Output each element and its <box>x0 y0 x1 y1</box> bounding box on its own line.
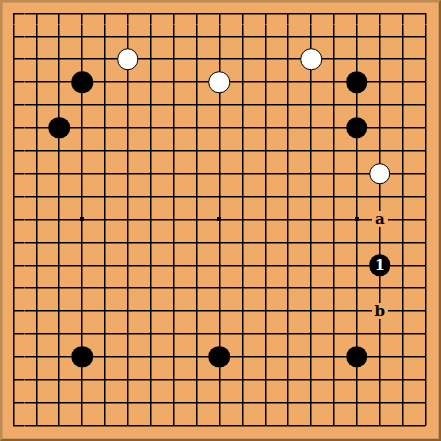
intersection-M17[interactable] <box>254 48 277 71</box>
intersection-T11[interactable] <box>414 185 437 208</box>
intersection-R13[interactable] <box>368 139 391 162</box>
intersection-G9[interactable] <box>139 231 162 254</box>
intersection-P8[interactable] <box>323 254 346 277</box>
intersection-N4[interactable] <box>277 345 300 368</box>
intersection-H5[interactable] <box>162 323 185 346</box>
intersection-J16[interactable] <box>185 71 208 94</box>
intersection-F19[interactable] <box>116 2 139 25</box>
intersection-E4[interactable] <box>94 345 117 368</box>
intersection-B15[interactable] <box>25 94 48 117</box>
intersection-M11[interactable] <box>254 185 277 208</box>
intersection-T7[interactable] <box>414 277 437 300</box>
intersection-E14[interactable] <box>94 116 117 139</box>
intersection-J12[interactable] <box>185 162 208 185</box>
intersection-N10[interactable] <box>277 208 300 231</box>
intersection-M4[interactable] <box>254 345 277 368</box>
intersection-R3[interactable] <box>368 368 391 391</box>
intersection-A5[interactable] <box>2 323 25 346</box>
intersection-H9[interactable] <box>162 231 185 254</box>
intersection-K3[interactable] <box>208 368 231 391</box>
intersection-J9[interactable] <box>185 231 208 254</box>
intersection-C8[interactable] <box>48 254 71 277</box>
intersection-R1[interactable] <box>368 414 391 437</box>
intersection-E11[interactable] <box>94 185 117 208</box>
intersection-M15[interactable] <box>254 94 277 117</box>
intersection-A11[interactable] <box>2 185 25 208</box>
intersection-E5[interactable] <box>94 323 117 346</box>
intersection-Q13[interactable] <box>345 139 368 162</box>
intersection-G17[interactable] <box>139 48 162 71</box>
intersection-S11[interactable] <box>391 185 414 208</box>
intersection-C17[interactable] <box>48 48 71 71</box>
intersection-S16[interactable] <box>391 71 414 94</box>
intersection-N7[interactable] <box>277 277 300 300</box>
intersection-J13[interactable] <box>185 139 208 162</box>
intersection-O7[interactable] <box>300 277 323 300</box>
intersection-H18[interactable] <box>162 25 185 48</box>
intersection-A14[interactable] <box>2 116 25 139</box>
intersection-L5[interactable] <box>231 323 254 346</box>
intersection-D19[interactable] <box>71 2 94 25</box>
intersection-F12[interactable] <box>116 162 139 185</box>
intersection-E7[interactable] <box>94 277 117 300</box>
intersection-O3[interactable] <box>300 368 323 391</box>
intersection-R19[interactable] <box>368 2 391 25</box>
intersection-S7[interactable] <box>391 277 414 300</box>
intersection-F15[interactable] <box>116 94 139 117</box>
intersection-P16[interactable] <box>323 71 346 94</box>
intersection-E2[interactable] <box>94 391 117 414</box>
intersection-J19[interactable] <box>185 2 208 25</box>
intersection-C15[interactable] <box>48 94 71 117</box>
intersection-E3[interactable] <box>94 368 117 391</box>
intersection-L16[interactable] <box>231 71 254 94</box>
intersection-E8[interactable] <box>94 254 117 277</box>
intersection-E6[interactable] <box>94 300 117 323</box>
intersection-E15[interactable] <box>94 94 117 117</box>
intersection-S19[interactable] <box>391 2 414 25</box>
intersection-G14[interactable] <box>139 116 162 139</box>
intersection-F4[interactable] <box>116 345 139 368</box>
intersection-F10[interactable] <box>116 208 139 231</box>
intersection-A6[interactable] <box>2 300 25 323</box>
intersection-R11[interactable] <box>368 185 391 208</box>
intersection-D6[interactable] <box>71 300 94 323</box>
intersection-P9[interactable] <box>323 231 346 254</box>
intersection-O1[interactable] <box>300 414 323 437</box>
intersection-P3[interactable] <box>323 368 346 391</box>
intersection-C11[interactable] <box>48 185 71 208</box>
intersection-R14[interactable] <box>368 116 391 139</box>
intersection-O13[interactable] <box>300 139 323 162</box>
intersection-E13[interactable] <box>94 139 117 162</box>
intersection-S4[interactable] <box>391 345 414 368</box>
intersection-C19[interactable] <box>48 2 71 25</box>
intersection-A18[interactable] <box>2 25 25 48</box>
intersection-L17[interactable] <box>231 48 254 71</box>
intersection-G18[interactable] <box>139 25 162 48</box>
intersection-T17[interactable] <box>414 48 437 71</box>
intersection-B3[interactable] <box>25 368 48 391</box>
intersection-P1[interactable] <box>323 414 346 437</box>
intersection-F2[interactable] <box>116 391 139 414</box>
intersection-B10[interactable] <box>25 208 48 231</box>
intersection-S13[interactable] <box>391 139 414 162</box>
intersection-C1[interactable] <box>48 414 71 437</box>
intersection-D18[interactable] <box>71 25 94 48</box>
intersection-B1[interactable] <box>25 414 48 437</box>
intersection-P4[interactable] <box>323 345 346 368</box>
intersection-Q17[interactable] <box>345 48 368 71</box>
intersection-K8[interactable] <box>208 254 231 277</box>
intersection-D3[interactable] <box>71 368 94 391</box>
intersection-H1[interactable] <box>162 414 185 437</box>
intersection-S17[interactable] <box>391 48 414 71</box>
intersection-S12[interactable] <box>391 162 414 185</box>
intersection-C5[interactable] <box>48 323 71 346</box>
intersection-K17[interactable] <box>208 48 231 71</box>
intersection-F3[interactable] <box>116 368 139 391</box>
intersection-A13[interactable] <box>2 139 25 162</box>
intersection-N16[interactable] <box>277 71 300 94</box>
intersection-B12[interactable] <box>25 162 48 185</box>
intersection-G8[interactable] <box>139 254 162 277</box>
intersection-D5[interactable] <box>71 323 94 346</box>
intersection-T14[interactable] <box>414 116 437 139</box>
intersection-D9[interactable] <box>71 231 94 254</box>
intersection-N3[interactable] <box>277 368 300 391</box>
intersection-T12[interactable] <box>414 162 437 185</box>
intersection-G16[interactable] <box>139 71 162 94</box>
intersection-H12[interactable] <box>162 162 185 185</box>
intersection-N14[interactable] <box>277 116 300 139</box>
intersection-H17[interactable] <box>162 48 185 71</box>
intersection-C6[interactable] <box>48 300 71 323</box>
intersection-O8[interactable] <box>300 254 323 277</box>
intersection-M7[interactable] <box>254 277 277 300</box>
intersection-R17[interactable] <box>368 48 391 71</box>
intersection-P19[interactable] <box>323 2 346 25</box>
intersection-R5[interactable] <box>368 323 391 346</box>
intersection-K7[interactable] <box>208 277 231 300</box>
intersection-T19[interactable] <box>414 2 437 25</box>
intersection-L6[interactable] <box>231 300 254 323</box>
intersection-G1[interactable] <box>139 414 162 437</box>
intersection-M1[interactable] <box>254 414 277 437</box>
intersection-T2[interactable] <box>414 391 437 414</box>
intersection-L18[interactable] <box>231 25 254 48</box>
intersection-J7[interactable] <box>185 277 208 300</box>
intersection-M19[interactable] <box>254 2 277 25</box>
intersection-K12[interactable] <box>208 162 231 185</box>
intersection-P2[interactable] <box>323 391 346 414</box>
intersection-C7[interactable] <box>48 277 71 300</box>
intersection-H7[interactable] <box>162 277 185 300</box>
intersection-K13[interactable] <box>208 139 231 162</box>
intersection-G5[interactable] <box>139 323 162 346</box>
intersection-D1[interactable] <box>71 414 94 437</box>
intersection-N17[interactable] <box>277 48 300 71</box>
intersection-J8[interactable] <box>185 254 208 277</box>
intersection-T13[interactable] <box>414 139 437 162</box>
intersection-L3[interactable] <box>231 368 254 391</box>
intersection-P15[interactable] <box>323 94 346 117</box>
intersection-H13[interactable] <box>162 139 185 162</box>
intersection-H6[interactable] <box>162 300 185 323</box>
intersection-L13[interactable] <box>231 139 254 162</box>
intersection-O9[interactable] <box>300 231 323 254</box>
intersection-P12[interactable] <box>323 162 346 185</box>
intersection-E9[interactable] <box>94 231 117 254</box>
intersection-E1[interactable] <box>94 414 117 437</box>
intersection-P5[interactable] <box>323 323 346 346</box>
intersection-Q3[interactable] <box>345 368 368 391</box>
intersection-K11[interactable] <box>208 185 231 208</box>
intersection-B2[interactable] <box>25 391 48 414</box>
intersection-F5[interactable] <box>116 323 139 346</box>
intersection-O14[interactable] <box>300 116 323 139</box>
intersection-J11[interactable] <box>185 185 208 208</box>
intersection-E10[interactable] <box>94 208 117 231</box>
intersection-N1[interactable] <box>277 414 300 437</box>
intersection-M13[interactable] <box>254 139 277 162</box>
intersection-F7[interactable] <box>116 277 139 300</box>
intersection-T3[interactable] <box>414 368 437 391</box>
intersection-A3[interactable] <box>2 368 25 391</box>
intersection-D17[interactable] <box>71 48 94 71</box>
intersection-R18[interactable] <box>368 25 391 48</box>
intersection-M16[interactable] <box>254 71 277 94</box>
intersection-G6[interactable] <box>139 300 162 323</box>
intersection-D2[interactable] <box>71 391 94 414</box>
intersection-B16[interactable] <box>25 71 48 94</box>
intersection-C12[interactable] <box>48 162 71 185</box>
intersection-J4[interactable] <box>185 345 208 368</box>
intersection-M5[interactable] <box>254 323 277 346</box>
intersection-A16[interactable] <box>2 71 25 94</box>
intersection-L12[interactable] <box>231 162 254 185</box>
intersection-T5[interactable] <box>414 323 437 346</box>
intersection-N2[interactable] <box>277 391 300 414</box>
intersection-O19[interactable] <box>300 2 323 25</box>
intersection-P13[interactable] <box>323 139 346 162</box>
intersection-Q10[interactable] <box>345 208 368 231</box>
intersection-O18[interactable] <box>300 25 323 48</box>
intersection-F8[interactable] <box>116 254 139 277</box>
intersection-M12[interactable] <box>254 162 277 185</box>
intersection-B19[interactable] <box>25 2 48 25</box>
intersection-B7[interactable] <box>25 277 48 300</box>
intersection-M6[interactable] <box>254 300 277 323</box>
intersection-P18[interactable] <box>323 25 346 48</box>
intersection-A15[interactable] <box>2 94 25 117</box>
intersection-E12[interactable] <box>94 162 117 185</box>
intersection-P10[interactable] <box>323 208 346 231</box>
intersection-C18[interactable] <box>48 25 71 48</box>
intersection-B9[interactable] <box>25 231 48 254</box>
intersection-J6[interactable] <box>185 300 208 323</box>
intersection-A7[interactable] <box>2 277 25 300</box>
intersection-R10[interactable]: a <box>368 208 391 231</box>
intersection-S3[interactable] <box>391 368 414 391</box>
intersection-H19[interactable] <box>162 2 185 25</box>
intersection-F1[interactable] <box>116 414 139 437</box>
intersection-J10[interactable] <box>185 208 208 231</box>
intersection-C9[interactable] <box>48 231 71 254</box>
intersection-K10[interactable] <box>208 208 231 231</box>
intersection-O2[interactable] <box>300 391 323 414</box>
intersection-L19[interactable] <box>231 2 254 25</box>
intersection-P14[interactable] <box>323 116 346 139</box>
intersection-L10[interactable] <box>231 208 254 231</box>
intersection-L11[interactable] <box>231 185 254 208</box>
intersection-K6[interactable] <box>208 300 231 323</box>
intersection-D13[interactable] <box>71 139 94 162</box>
intersection-H15[interactable] <box>162 94 185 117</box>
intersection-B17[interactable] <box>25 48 48 71</box>
intersection-G4[interactable] <box>139 345 162 368</box>
intersection-T6[interactable] <box>414 300 437 323</box>
intersection-A2[interactable] <box>2 391 25 414</box>
intersection-R4[interactable] <box>368 345 391 368</box>
intersection-H8[interactable] <box>162 254 185 277</box>
intersection-A10[interactable] <box>2 208 25 231</box>
intersection-P11[interactable] <box>323 185 346 208</box>
intersection-E19[interactable] <box>94 2 117 25</box>
intersection-O6[interactable] <box>300 300 323 323</box>
intersection-L2[interactable] <box>231 391 254 414</box>
intersection-Q7[interactable] <box>345 277 368 300</box>
intersection-A17[interactable] <box>2 48 25 71</box>
intersection-H2[interactable] <box>162 391 185 414</box>
intersection-Q18[interactable] <box>345 25 368 48</box>
intersection-L15[interactable] <box>231 94 254 117</box>
intersection-C4[interactable] <box>48 345 71 368</box>
intersection-B13[interactable] <box>25 139 48 162</box>
intersection-G13[interactable] <box>139 139 162 162</box>
intersection-G7[interactable] <box>139 277 162 300</box>
intersection-O12[interactable] <box>300 162 323 185</box>
intersection-E18[interactable] <box>94 25 117 48</box>
intersection-T9[interactable] <box>414 231 437 254</box>
intersection-K14[interactable] <box>208 116 231 139</box>
intersection-S5[interactable] <box>391 323 414 346</box>
intersection-G19[interactable] <box>139 2 162 25</box>
intersection-L1[interactable] <box>231 414 254 437</box>
intersection-A9[interactable] <box>2 231 25 254</box>
intersection-D10[interactable] <box>71 208 94 231</box>
intersection-S9[interactable] <box>391 231 414 254</box>
intersection-B8[interactable] <box>25 254 48 277</box>
intersection-E17[interactable] <box>94 48 117 71</box>
intersection-K15[interactable] <box>208 94 231 117</box>
intersection-D8[interactable] <box>71 254 94 277</box>
intersection-O11[interactable] <box>300 185 323 208</box>
intersection-H3[interactable] <box>162 368 185 391</box>
intersection-J14[interactable] <box>185 116 208 139</box>
intersection-J17[interactable] <box>185 48 208 71</box>
intersection-G2[interactable] <box>139 391 162 414</box>
intersection-R6[interactable]: b <box>368 300 391 323</box>
intersection-N15[interactable] <box>277 94 300 117</box>
intersection-T15[interactable] <box>414 94 437 117</box>
intersection-B4[interactable] <box>25 345 48 368</box>
intersection-A1[interactable] <box>2 414 25 437</box>
intersection-Q8[interactable] <box>345 254 368 277</box>
intersection-B6[interactable] <box>25 300 48 323</box>
intersection-L7[interactable] <box>231 277 254 300</box>
intersection-F18[interactable] <box>116 25 139 48</box>
intersection-O16[interactable] <box>300 71 323 94</box>
intersection-N5[interactable] <box>277 323 300 346</box>
intersection-F6[interactable] <box>116 300 139 323</box>
intersection-O5[interactable] <box>300 323 323 346</box>
intersection-F9[interactable] <box>116 231 139 254</box>
intersection-Q5[interactable] <box>345 323 368 346</box>
intersection-O10[interactable] <box>300 208 323 231</box>
intersection-Q2[interactable] <box>345 391 368 414</box>
intersection-D12[interactable] <box>71 162 94 185</box>
intersection-Q15[interactable] <box>345 94 368 117</box>
intersection-N9[interactable] <box>277 231 300 254</box>
intersection-L8[interactable] <box>231 254 254 277</box>
intersection-C2[interactable] <box>48 391 71 414</box>
intersection-H14[interactable] <box>162 116 185 139</box>
intersection-N19[interactable] <box>277 2 300 25</box>
intersection-B18[interactable] <box>25 25 48 48</box>
intersection-S15[interactable] <box>391 94 414 117</box>
intersection-T8[interactable] <box>414 254 437 277</box>
intersection-N13[interactable] <box>277 139 300 162</box>
intersection-J3[interactable] <box>185 368 208 391</box>
intersection-L4[interactable] <box>231 345 254 368</box>
intersection-Q19[interactable] <box>345 2 368 25</box>
intersection-R9[interactable] <box>368 231 391 254</box>
intersection-N11[interactable] <box>277 185 300 208</box>
intersection-H4[interactable] <box>162 345 185 368</box>
intersection-T10[interactable] <box>414 208 437 231</box>
intersection-S1[interactable] <box>391 414 414 437</box>
intersection-M14[interactable] <box>254 116 277 139</box>
intersection-J18[interactable] <box>185 25 208 48</box>
intersection-J2[interactable] <box>185 391 208 414</box>
intersection-L9[interactable] <box>231 231 254 254</box>
intersection-L14[interactable] <box>231 116 254 139</box>
intersection-Q6[interactable] <box>345 300 368 323</box>
intersection-T18[interactable] <box>414 25 437 48</box>
intersection-S2[interactable] <box>391 391 414 414</box>
intersection-G11[interactable] <box>139 185 162 208</box>
intersection-M10[interactable] <box>254 208 277 231</box>
intersection-N8[interactable] <box>277 254 300 277</box>
intersection-Q11[interactable] <box>345 185 368 208</box>
intersection-T1[interactable] <box>414 414 437 437</box>
intersection-P7[interactable] <box>323 277 346 300</box>
intersection-C13[interactable] <box>48 139 71 162</box>
intersection-A4[interactable] <box>2 345 25 368</box>
intersection-G15[interactable] <box>139 94 162 117</box>
intersection-Q12[interactable] <box>345 162 368 185</box>
intersection-F14[interactable] <box>116 116 139 139</box>
intersection-E16[interactable] <box>94 71 117 94</box>
intersection-N12[interactable] <box>277 162 300 185</box>
intersection-J1[interactable] <box>185 414 208 437</box>
intersection-C10[interactable] <box>48 208 71 231</box>
intersection-S18[interactable] <box>391 25 414 48</box>
intersection-H10[interactable] <box>162 208 185 231</box>
intersection-R16[interactable] <box>368 71 391 94</box>
intersection-K19[interactable] <box>208 2 231 25</box>
